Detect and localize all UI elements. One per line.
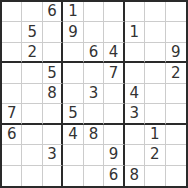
cell-r8c8[interactable]: 2: [145, 145, 165, 165]
cell-r4c9[interactable]: 2: [166, 63, 186, 83]
cell-r3c9[interactable]: 9: [166, 43, 186, 63]
cell-r1c7[interactable]: [125, 2, 145, 22]
cell-r8c5[interactable]: [84, 145, 104, 165]
cell-r4c5[interactable]: [84, 63, 104, 83]
cell-r6c4[interactable]: 5: [63, 104, 83, 124]
cell-r2c1[interactable]: [2, 22, 22, 42]
given-digit: 4: [109, 45, 119, 60]
cell-r6c2[interactable]: [22, 104, 42, 124]
sudoku-board: 615912649572834753648139268: [0, 0, 188, 188]
given-digit: 5: [68, 106, 78, 121]
cell-r3c6[interactable]: 4: [104, 43, 124, 63]
cell-r9c3[interactable]: [43, 166, 63, 186]
cell-r9c9[interactable]: [166, 166, 186, 186]
cell-r8c7[interactable]: [125, 145, 145, 165]
cell-r4c1[interactable]: [2, 63, 22, 83]
cell-r4c4[interactable]: [63, 63, 83, 83]
cell-r9c6[interactable]: 6: [104, 166, 124, 186]
given-digit: 6: [109, 168, 119, 183]
given-digit: 3: [89, 86, 99, 101]
given-digit: 7: [109, 66, 119, 81]
cell-r9c2[interactable]: [22, 166, 42, 186]
cell-r9c1[interactable]: [2, 166, 22, 186]
given-digit: 3: [130, 106, 140, 121]
cell-r5c2[interactable]: [22, 84, 42, 104]
cell-r8c4[interactable]: [63, 145, 83, 165]
cell-r5c1[interactable]: [2, 84, 22, 104]
cell-r3c4[interactable]: [63, 43, 83, 63]
cell-r2c2[interactable]: 5: [22, 22, 42, 42]
cell-r2c8[interactable]: [145, 22, 165, 42]
cell-r2c6[interactable]: [104, 22, 124, 42]
cell-r9c8[interactable]: [145, 166, 165, 186]
cell-r6c8[interactable]: [145, 104, 165, 124]
cell-r5c9[interactable]: [166, 84, 186, 104]
cell-r1c3[interactable]: 6: [43, 2, 63, 22]
given-digit: 6: [7, 127, 17, 142]
cell-r7c8[interactable]: 1: [145, 125, 165, 145]
cell-r8c3[interactable]: 3: [43, 145, 63, 165]
given-digit: 1: [150, 127, 160, 142]
given-digit: 9: [109, 147, 119, 162]
cell-r7c3[interactable]: [43, 125, 63, 145]
cell-r3c5[interactable]: 6: [84, 43, 104, 63]
given-digit: 1: [130, 25, 140, 40]
cell-r8c2[interactable]: [22, 145, 42, 165]
given-digit: 4: [68, 127, 78, 142]
cell-r3c3[interactable]: [43, 43, 63, 63]
cell-r7c5[interactable]: 8: [84, 125, 104, 145]
cell-r5c7[interactable]: 4: [125, 84, 145, 104]
given-digit: 9: [171, 45, 181, 60]
cell-r4c3[interactable]: 5: [43, 63, 63, 83]
given-digit: 8: [130, 168, 140, 183]
given-digit: 5: [47, 66, 57, 81]
cell-r2c5[interactable]: [84, 22, 104, 42]
cell-r5c3[interactable]: 8: [43, 84, 63, 104]
cell-r6c3[interactable]: [43, 104, 63, 124]
cell-r7c9[interactable]: [166, 125, 186, 145]
cell-r3c2[interactable]: 2: [22, 43, 42, 63]
given-digit: 7: [7, 106, 17, 121]
given-digit: 1: [68, 4, 78, 19]
cell-r9c7[interactable]: 8: [125, 166, 145, 186]
cell-r4c8[interactable]: [145, 63, 165, 83]
cell-r6c1[interactable]: 7: [2, 104, 22, 124]
cell-r8c6[interactable]: 9: [104, 145, 124, 165]
cell-r6c6[interactable]: [104, 104, 124, 124]
cell-r7c6[interactable]: [104, 125, 124, 145]
cell-r2c9[interactable]: [166, 22, 186, 42]
cell-r7c2[interactable]: [22, 125, 42, 145]
cell-r2c3[interactable]: [43, 22, 63, 42]
cell-r5c4[interactable]: [63, 84, 83, 104]
cell-r4c7[interactable]: [125, 63, 145, 83]
cell-r7c4[interactable]: 4: [63, 125, 83, 145]
cell-r1c1[interactable]: [2, 2, 22, 22]
cell-r4c2[interactable]: [22, 63, 42, 83]
given-digit: 2: [171, 66, 181, 81]
cell-r6c7[interactable]: 3: [125, 104, 145, 124]
cell-r9c5[interactable]: [84, 166, 104, 186]
cell-r5c5[interactable]: 3: [84, 84, 104, 104]
cell-r6c5[interactable]: [84, 104, 104, 124]
cell-r6c9[interactable]: [166, 104, 186, 124]
given-digit: 2: [150, 147, 160, 162]
cell-r1c9[interactable]: [166, 2, 186, 22]
given-digit: 9: [68, 25, 78, 40]
cell-r1c2[interactable]: [22, 2, 42, 22]
given-digit: 2: [27, 45, 37, 60]
cell-r2c7[interactable]: 1: [125, 22, 145, 42]
cell-r8c9[interactable]: [166, 145, 186, 165]
cell-r1c4[interactable]: 1: [63, 2, 83, 22]
given-digit: 4: [130, 86, 140, 101]
given-digit: 8: [89, 127, 99, 142]
cell-r9c4[interactable]: [63, 166, 83, 186]
cell-r3c8[interactable]: [145, 43, 165, 63]
cell-r5c8[interactable]: [145, 84, 165, 104]
given-digit: 6: [47, 4, 57, 19]
cell-r2c4[interactable]: 9: [63, 22, 83, 42]
cell-r4c6[interactable]: 7: [104, 63, 124, 83]
cell-r3c7[interactable]: [125, 43, 145, 63]
given-digit: 6: [89, 45, 99, 60]
given-digit: 8: [47, 86, 57, 101]
given-digit: 5: [27, 25, 37, 40]
cell-r7c1[interactable]: 6: [2, 125, 22, 145]
cell-r1c8[interactable]: [145, 2, 165, 22]
cell-r7c7[interactable]: [125, 125, 145, 145]
cell-r1c6[interactable]: [104, 2, 124, 22]
cell-r5c6[interactable]: [104, 84, 124, 104]
cell-r8c1[interactable]: [2, 145, 22, 165]
cell-r1c5[interactable]: [84, 2, 104, 22]
given-digit: 3: [47, 147, 57, 162]
cell-r3c1[interactable]: [2, 43, 22, 63]
